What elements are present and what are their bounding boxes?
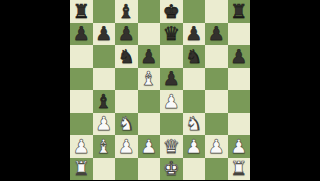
piece-white-pawn-a2[interactable]: ♟ [73, 136, 90, 155]
square-e6[interactable] [160, 45, 183, 68]
square-e8[interactable]: ♚ [160, 0, 183, 23]
piece-black-king-e8[interactable]: ♚ [163, 1, 180, 20]
piece-white-pawn-c2[interactable]: ♟ [118, 136, 135, 155]
square-c1[interactable] [115, 158, 138, 181]
piece-white-pawn-g2[interactable]: ♟ [208, 136, 225, 155]
piece-black-bishop-c8[interactable]: ♝ [118, 1, 135, 20]
piece-black-pawn-h6[interactable]: ♟ [230, 46, 247, 65]
square-b3[interactable]: ♟ [93, 113, 116, 136]
piece-black-pawn-c7[interactable]: ♟ [118, 24, 135, 43]
square-e3[interactable] [160, 113, 183, 136]
square-h5[interactable] [228, 68, 251, 91]
square-b1[interactable] [93, 158, 116, 181]
square-d6[interactable]: ♟ [138, 45, 161, 68]
piece-white-pawn-f2[interactable]: ♟ [185, 136, 202, 155]
square-b5[interactable] [93, 68, 116, 91]
piece-white-pawn-h2[interactable]: ♟ [230, 136, 247, 155]
square-b7[interactable]: ♟ [93, 23, 116, 46]
square-d5[interactable]: ♝ [138, 68, 161, 91]
square-h3[interactable] [228, 113, 251, 136]
piece-black-rook-h8[interactable]: ♜ [230, 1, 247, 20]
piece-black-queen-e7[interactable]: ♛ [163, 24, 180, 43]
square-e2[interactable]: ♛ [160, 135, 183, 158]
square-h6[interactable]: ♟ [228, 45, 251, 68]
square-h1[interactable]: ♜ [228, 158, 251, 181]
square-a5[interactable] [70, 68, 93, 91]
square-a7[interactable]: ♟ [70, 23, 93, 46]
square-g4[interactable] [205, 90, 228, 113]
square-f5[interactable] [183, 68, 206, 91]
piece-white-pawn-d2[interactable]: ♟ [140, 136, 157, 155]
square-a4[interactable] [70, 90, 93, 113]
square-f7[interactable]: ♟ [183, 23, 206, 46]
square-d8[interactable] [138, 0, 161, 23]
square-f3[interactable]: ♞ [183, 113, 206, 136]
screenshot-frame: ♜♝♚♜♟♟♟♛♟♟♞♟♞♟♝♟♝♟♟♞♞♟♝♟♟♛♟♟♟♜♚♜ [0, 0, 320, 180]
square-b2[interactable]: ♝ [93, 135, 116, 158]
square-f8[interactable] [183, 0, 206, 23]
piece-black-pawn-g7[interactable]: ♟ [208, 24, 225, 43]
square-a1[interactable]: ♜ [70, 158, 93, 181]
square-g1[interactable] [205, 158, 228, 181]
piece-white-rook-h1[interactable]: ♜ [230, 159, 247, 178]
square-c2[interactable]: ♟ [115, 135, 138, 158]
square-g2[interactable]: ♟ [205, 135, 228, 158]
piece-black-pawn-a7[interactable]: ♟ [73, 24, 90, 43]
square-f1[interactable] [183, 158, 206, 181]
square-a2[interactable]: ♟ [70, 135, 93, 158]
square-a8[interactable]: ♜ [70, 0, 93, 23]
square-h2[interactable]: ♟ [228, 135, 251, 158]
square-a6[interactable] [70, 45, 93, 68]
square-h4[interactable] [228, 90, 251, 113]
square-d1[interactable] [138, 158, 161, 181]
letterbox-left [0, 0, 70, 180]
square-c3[interactable]: ♞ [115, 113, 138, 136]
square-b4[interactable]: ♝ [93, 90, 116, 113]
square-g8[interactable] [205, 0, 228, 23]
square-e4[interactable]: ♟ [160, 90, 183, 113]
square-c4[interactable] [115, 90, 138, 113]
chess-board: ♜♝♚♜♟♟♟♛♟♟♞♟♞♟♝♟♝♟♟♞♞♟♝♟♟♛♟♟♟♜♚♜ [70, 0, 250, 180]
square-g6[interactable] [205, 45, 228, 68]
piece-white-rook-a1[interactable]: ♜ [73, 159, 90, 178]
piece-black-rook-a8[interactable]: ♜ [73, 1, 90, 20]
piece-white-queen-e2[interactable]: ♛ [163, 136, 180, 155]
square-a3[interactable] [70, 113, 93, 136]
square-h8[interactable]: ♜ [228, 0, 251, 23]
piece-black-knight-f6[interactable]: ♞ [185, 46, 202, 65]
square-g5[interactable] [205, 68, 228, 91]
square-b6[interactable] [93, 45, 116, 68]
piece-black-knight-c6[interactable]: ♞ [118, 46, 135, 65]
square-f4[interactable] [183, 90, 206, 113]
square-c6[interactable]: ♞ [115, 45, 138, 68]
square-e5[interactable]: ♟ [160, 68, 183, 91]
square-f2[interactable]: ♟ [183, 135, 206, 158]
square-b8[interactable] [93, 0, 116, 23]
piece-white-pawn-e4[interactable]: ♟ [163, 91, 180, 110]
square-d2[interactable]: ♟ [138, 135, 161, 158]
piece-white-bishop-b2[interactable]: ♝ [95, 136, 112, 155]
square-e7[interactable]: ♛ [160, 23, 183, 46]
square-c7[interactable]: ♟ [115, 23, 138, 46]
letterbox-right [250, 0, 320, 180]
piece-black-pawn-d6[interactable]: ♟ [140, 46, 157, 65]
piece-black-pawn-e5[interactable]: ♟ [163, 69, 180, 88]
piece-white-knight-c3[interactable]: ♞ [118, 114, 135, 133]
square-c8[interactable]: ♝ [115, 0, 138, 23]
square-g3[interactable] [205, 113, 228, 136]
piece-white-king-e1[interactable]: ♚ [163, 159, 180, 178]
square-e1[interactable]: ♚ [160, 158, 183, 181]
piece-white-bishop-d5[interactable]: ♝ [140, 69, 157, 88]
piece-black-pawn-b7[interactable]: ♟ [95, 24, 112, 43]
square-h7[interactable] [228, 23, 251, 46]
piece-black-bishop-b4[interactable]: ♝ [95, 91, 112, 110]
square-c5[interactable] [115, 68, 138, 91]
square-d7[interactable] [138, 23, 161, 46]
square-f6[interactable]: ♞ [183, 45, 206, 68]
square-d4[interactable] [138, 90, 161, 113]
square-g7[interactable]: ♟ [205, 23, 228, 46]
piece-white-pawn-b3[interactable]: ♟ [95, 114, 112, 133]
square-d3[interactable] [138, 113, 161, 136]
piece-white-knight-f3[interactable]: ♞ [185, 114, 202, 133]
piece-black-pawn-f7[interactable]: ♟ [185, 24, 202, 43]
